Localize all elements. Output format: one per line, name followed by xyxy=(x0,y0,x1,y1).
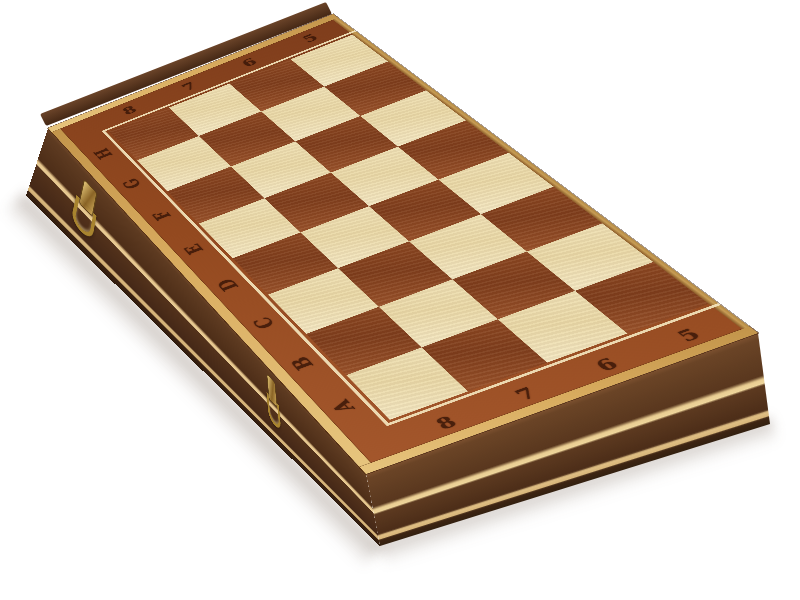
file-label-a: A xyxy=(325,397,360,416)
rank-label-7: 7 xyxy=(510,383,541,403)
rank-label-5: 5 xyxy=(299,31,321,44)
file-label-e: E xyxy=(179,241,209,257)
file-label-h: H xyxy=(89,146,117,162)
file-label-g: G xyxy=(118,176,146,192)
brass-clasp-icon xyxy=(66,172,103,248)
rank-label-8: 8 xyxy=(431,412,461,432)
file-label-c: C xyxy=(247,314,280,332)
photo-scene: ABCDEFGH 8765 8765 xyxy=(0,0,800,600)
file-label-d: D xyxy=(212,276,244,294)
file-label-f: F xyxy=(148,208,176,223)
rank-label-8: 8 xyxy=(119,103,139,116)
rank-label-6: 6 xyxy=(238,56,259,69)
rank-label-6: 6 xyxy=(590,354,622,374)
file-label-b: B xyxy=(285,354,320,373)
rank-label-7: 7 xyxy=(178,80,199,93)
rank-label-5: 5 xyxy=(671,325,705,345)
